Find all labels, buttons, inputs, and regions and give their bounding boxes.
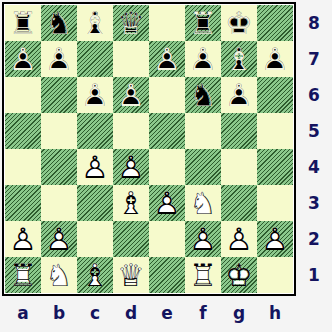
white-bishop[interactable]: ♝♗ [113, 185, 149, 221]
file-label-b: b [41, 297, 77, 329]
rank-label-5: 5 [299, 113, 329, 149]
square-f1[interactable]: ♜♖ [185, 257, 221, 293]
piece-outline-glyph: ♖ [5, 257, 41, 293]
square-d7[interactable] [113, 41, 149, 77]
square-c3[interactable] [77, 185, 113, 221]
piece-outline-glyph: ♙ [41, 41, 77, 77]
chess-board-frame: ♜♖♞♘♝♗♛♕♜♖♚♔♟♙♟♙♟♙♟♙♝♗♟♙♟♙♟♙♞♘♟♙♟♙♟♙♝♗♟♙… [2, 2, 296, 296]
file-label-g: g [221, 297, 257, 329]
rank-label-8: 8 [299, 5, 329, 41]
square-d6[interactable]: ♟♙ [113, 77, 149, 113]
square-f2[interactable]: ♟♙ [185, 221, 221, 257]
white-king[interactable]: ♚♔ [221, 257, 257, 293]
square-c2[interactable] [77, 221, 113, 257]
piece-fill-glyph: ♟ [113, 77, 149, 113]
square-g6[interactable]: ♟♙ [221, 77, 257, 113]
rank-label-3: 3 [299, 185, 329, 221]
piece-fill-glyph: ♟ [257, 221, 293, 257]
square-a6[interactable] [5, 77, 41, 113]
square-g5[interactable] [221, 113, 257, 149]
square-c1[interactable]: ♝♗ [77, 257, 113, 293]
square-d8[interactable]: ♛♕ [113, 5, 149, 41]
piece-fill-glyph: ♛ [113, 5, 149, 41]
piece-outline-glyph: ♕ [113, 257, 149, 293]
square-h6[interactable] [257, 77, 293, 113]
piece-outline-glyph: ♙ [257, 221, 293, 257]
square-b4[interactable] [41, 149, 77, 185]
square-f4[interactable] [185, 149, 221, 185]
black-king[interactable]: ♚♔ [221, 5, 257, 41]
rank-labels: 8 7 6 5 4 3 2 1 [299, 5, 329, 293]
piece-outline-glyph: ♙ [185, 41, 221, 77]
white-knight[interactable]: ♞♘ [185, 185, 221, 221]
piece-fill-glyph: ♟ [149, 185, 185, 221]
square-e2[interactable] [149, 221, 185, 257]
piece-fill-glyph: ♝ [77, 5, 113, 41]
black-bishop[interactable]: ♝♗ [221, 41, 257, 77]
file-label-c: c [77, 297, 113, 329]
square-c6[interactable]: ♟♙ [77, 77, 113, 113]
piece-outline-glyph: ♙ [77, 149, 113, 185]
piece-outline-glyph: ♗ [77, 257, 113, 293]
square-d5[interactable] [113, 113, 149, 149]
black-pawn[interactable]: ♟♙ [221, 77, 257, 113]
white-pawn[interactable]: ♟♙ [41, 221, 77, 257]
black-pawn[interactable]: ♟♙ [257, 41, 293, 77]
piece-fill-glyph: ♞ [41, 257, 77, 293]
piece-outline-glyph: ♙ [257, 41, 293, 77]
square-a8[interactable]: ♜♖ [5, 5, 41, 41]
white-rook[interactable]: ♜♖ [185, 257, 221, 293]
square-g8[interactable]: ♚♔ [221, 5, 257, 41]
white-rook[interactable]: ♜♖ [5, 257, 41, 293]
piece-fill-glyph: ♚ [221, 5, 257, 41]
piece-outline-glyph: ♙ [221, 77, 257, 113]
piece-outline-glyph: ♙ [113, 149, 149, 185]
square-f3[interactable]: ♞♘ [185, 185, 221, 221]
square-a2[interactable]: ♟♙ [5, 221, 41, 257]
piece-fill-glyph: ♝ [113, 185, 149, 221]
square-g4[interactable] [221, 149, 257, 185]
piece-fill-glyph: ♝ [77, 257, 113, 293]
chess-app-window: ♜♖♞♘♝♗♛♕♜♖♚♔♟♙♟♙♟♙♟♙♝♗♟♙♟♙♟♙♞♘♟♙♟♙♟♙♝♗♟♙… [0, 0, 332, 332]
white-pawn[interactable]: ♟♙ [257, 221, 293, 257]
square-f5[interactable] [185, 113, 221, 149]
piece-outline-glyph: ♙ [149, 185, 185, 221]
piece-outline-glyph: ♙ [113, 77, 149, 113]
file-label-d: d [113, 297, 149, 329]
square-h2[interactable]: ♟♙ [257, 221, 293, 257]
square-d1[interactable]: ♛♕ [113, 257, 149, 293]
black-pawn[interactable]: ♟♙ [185, 41, 221, 77]
square-b5[interactable] [41, 113, 77, 149]
black-queen[interactable]: ♛♕ [113, 5, 149, 41]
square-b1[interactable]: ♞♘ [41, 257, 77, 293]
black-pawn[interactable]: ♟♙ [113, 77, 149, 113]
piece-outline-glyph: ♙ [149, 41, 185, 77]
square-e8[interactable] [149, 5, 185, 41]
file-label-f: f [185, 297, 221, 329]
square-g2[interactable]: ♟♙ [221, 221, 257, 257]
square-h3[interactable] [257, 185, 293, 221]
square-d4[interactable]: ♟♙ [113, 149, 149, 185]
file-label-h: h [257, 297, 293, 329]
black-knight[interactable]: ♞♘ [185, 77, 221, 113]
square-a3[interactable] [5, 185, 41, 221]
piece-outline-glyph: ♗ [113, 185, 149, 221]
piece-outline-glyph: ♙ [5, 41, 41, 77]
rank-label-2: 2 [299, 221, 329, 257]
square-e7[interactable]: ♟♙ [149, 41, 185, 77]
piece-fill-glyph: ♛ [113, 257, 149, 293]
square-b2[interactable]: ♟♙ [41, 221, 77, 257]
piece-outline-glyph: ♘ [185, 77, 221, 113]
square-h5[interactable] [257, 113, 293, 149]
piece-fill-glyph: ♟ [5, 41, 41, 77]
black-pawn[interactable]: ♟♙ [41, 41, 77, 77]
piece-fill-glyph: ♜ [185, 257, 221, 293]
square-f6[interactable]: ♞♘ [185, 77, 221, 113]
white-knight[interactable]: ♞♘ [41, 257, 77, 293]
square-g1[interactable]: ♚♔ [221, 257, 257, 293]
piece-fill-glyph: ♟ [185, 221, 221, 257]
piece-fill-glyph: ♟ [41, 41, 77, 77]
square-e4[interactable] [149, 149, 185, 185]
white-pawn[interactable]: ♟♙ [113, 149, 149, 185]
piece-outline-glyph: ♔ [221, 5, 257, 41]
file-label-e: e [149, 297, 185, 329]
rank-label-4: 4 [299, 149, 329, 185]
rank-label-7: 7 [299, 41, 329, 77]
white-bishop[interactable]: ♝♗ [77, 257, 113, 293]
piece-outline-glyph: ♙ [185, 221, 221, 257]
square-d3[interactable]: ♝♗ [113, 185, 149, 221]
square-b7[interactable]: ♟♙ [41, 41, 77, 77]
file-labels: a b c d e f g h [5, 297, 293, 329]
file-label-a: a [5, 297, 41, 329]
square-g7[interactable]: ♝♗ [221, 41, 257, 77]
piece-outline-glyph: ♖ [5, 5, 41, 41]
square-h4[interactable] [257, 149, 293, 185]
square-a5[interactable] [5, 113, 41, 149]
square-e6[interactable] [149, 77, 185, 113]
piece-fill-glyph: ♟ [77, 77, 113, 113]
square-b6[interactable] [41, 77, 77, 113]
piece-fill-glyph: ♜ [5, 257, 41, 293]
square-h1[interactable] [257, 257, 293, 293]
piece-fill-glyph: ♞ [41, 5, 77, 41]
piece-fill-glyph: ♟ [221, 221, 257, 257]
black-pawn[interactable]: ♟♙ [5, 41, 41, 77]
piece-fill-glyph: ♟ [41, 221, 77, 257]
square-c7[interactable] [77, 41, 113, 77]
piece-fill-glyph: ♟ [149, 41, 185, 77]
white-pawn[interactable]: ♟♙ [5, 221, 41, 257]
piece-fill-glyph: ♞ [185, 77, 221, 113]
black-rook[interactable]: ♜♖ [5, 5, 41, 41]
square-h7[interactable]: ♟♙ [257, 41, 293, 77]
white-queen[interactable]: ♛♕ [113, 257, 149, 293]
piece-outline-glyph: ♘ [41, 5, 77, 41]
piece-outline-glyph: ♖ [185, 257, 221, 293]
piece-fill-glyph: ♟ [77, 149, 113, 185]
square-d2[interactable] [113, 221, 149, 257]
square-c8[interactable]: ♝♗ [77, 5, 113, 41]
white-pawn[interactable]: ♟♙ [185, 221, 221, 257]
piece-fill-glyph: ♟ [257, 41, 293, 77]
square-g3[interactable] [221, 185, 257, 221]
square-e3[interactable]: ♟♙ [149, 185, 185, 221]
square-f8[interactable]: ♜♖ [185, 5, 221, 41]
square-a7[interactable]: ♟♙ [5, 41, 41, 77]
square-a4[interactable] [5, 149, 41, 185]
chess-board: ♜♖♞♘♝♗♛♕♜♖♚♔♟♙♟♙♟♙♟♙♝♗♟♙♟♙♟♙♞♘♟♙♟♙♟♙♝♗♟♙… [5, 5, 293, 293]
rank-label-6: 6 [299, 77, 329, 113]
piece-fill-glyph: ♝ [221, 41, 257, 77]
piece-outline-glyph: ♙ [221, 221, 257, 257]
piece-outline-glyph: ♙ [5, 221, 41, 257]
white-pawn[interactable]: ♟♙ [149, 185, 185, 221]
piece-fill-glyph: ♟ [221, 77, 257, 113]
black-knight[interactable]: ♞♘ [41, 5, 77, 41]
black-bishop[interactable]: ♝♗ [77, 5, 113, 41]
piece-fill-glyph: ♜ [185, 5, 221, 41]
piece-fill-glyph: ♟ [113, 149, 149, 185]
piece-outline-glyph: ♙ [77, 77, 113, 113]
piece-outline-glyph: ♗ [221, 41, 257, 77]
square-e5[interactable] [149, 113, 185, 149]
square-f7[interactable]: ♟♙ [185, 41, 221, 77]
square-b3[interactable] [41, 185, 77, 221]
piece-fill-glyph: ♚ [221, 257, 257, 293]
piece-outline-glyph: ♖ [185, 5, 221, 41]
square-c5[interactable] [77, 113, 113, 149]
black-rook[interactable]: ♜♖ [185, 5, 221, 41]
square-b8[interactable]: ♞♘ [41, 5, 77, 41]
white-pawn[interactable]: ♟♙ [77, 149, 113, 185]
square-c4[interactable]: ♟♙ [77, 149, 113, 185]
piece-outline-glyph: ♘ [41, 257, 77, 293]
piece-fill-glyph: ♟ [5, 221, 41, 257]
black-pawn[interactable]: ♟♙ [77, 77, 113, 113]
piece-outline-glyph: ♘ [185, 185, 221, 221]
square-h8[interactable] [257, 5, 293, 41]
white-pawn[interactable]: ♟♙ [221, 221, 257, 257]
piece-fill-glyph: ♜ [5, 5, 41, 41]
square-a1[interactable]: ♜♖ [5, 257, 41, 293]
piece-outline-glyph: ♗ [77, 5, 113, 41]
piece-outline-glyph: ♙ [41, 221, 77, 257]
square-e1[interactable] [149, 257, 185, 293]
piece-outline-glyph: ♕ [113, 5, 149, 41]
piece-fill-glyph: ♞ [185, 185, 221, 221]
piece-fill-glyph: ♟ [185, 41, 221, 77]
rank-label-1: 1 [299, 257, 329, 293]
piece-outline-glyph: ♔ [221, 257, 257, 293]
black-pawn[interactable]: ♟♙ [149, 41, 185, 77]
